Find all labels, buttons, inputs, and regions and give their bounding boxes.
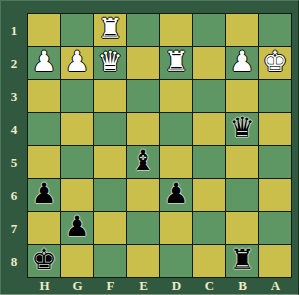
file-label-a: A: [259, 277, 292, 294]
square-f6[interactable]: [94, 179, 127, 212]
square-a2[interactable]: ♚: [259, 47, 292, 80]
square-b7[interactable]: [226, 212, 259, 245]
file-label-h: H: [28, 277, 61, 294]
square-b1[interactable]: [226, 14, 259, 47]
square-b4[interactable]: ♛: [226, 113, 259, 146]
square-f2[interactable]: ♛: [94, 47, 127, 80]
square-g8[interactable]: [61, 245, 94, 278]
square-a4[interactable]: [259, 113, 292, 146]
square-f5[interactable]: [94, 146, 127, 179]
rank-label-5: 5: [4, 146, 24, 179]
file-label-c: C: [193, 277, 226, 294]
square-f8[interactable]: [94, 245, 127, 278]
piece-white-pawn[interactable]: ♟: [64, 46, 89, 78]
square-e2[interactable]: [127, 47, 160, 80]
square-g6[interactable]: [61, 179, 94, 212]
piece-black-rook[interactable]: ♜: [229, 244, 254, 276]
square-d8[interactable]: [160, 245, 193, 278]
piece-white-king[interactable]: ♚: [262, 46, 287, 78]
square-b6[interactable]: [226, 179, 259, 212]
square-a1[interactable]: [259, 14, 292, 47]
piece-black-pawn[interactable]: ♟: [31, 178, 56, 210]
square-c3[interactable]: [193, 80, 226, 113]
piece-black-queen[interactable]: ♛: [229, 112, 254, 144]
square-h8[interactable]: ♚: [28, 245, 61, 278]
square-a5[interactable]: [259, 146, 292, 179]
square-g4[interactable]: [61, 113, 94, 146]
piece-black-pawn[interactable]: ♟: [64, 211, 89, 243]
square-c1[interactable]: [193, 14, 226, 47]
rank-label-2: 2: [4, 47, 24, 80]
piece-black-king[interactable]: ♚: [31, 244, 56, 276]
file-labels: HGFEDCBA: [28, 277, 292, 294]
file-label-d: D: [160, 277, 193, 294]
square-c6[interactable]: [193, 179, 226, 212]
square-a3[interactable]: [259, 80, 292, 113]
file-label-e: E: [127, 277, 160, 294]
piece-white-rook[interactable]: ♜: [163, 46, 188, 78]
file-label-b: B: [226, 277, 259, 294]
square-c5[interactable]: [193, 146, 226, 179]
square-d3[interactable]: [160, 80, 193, 113]
square-a8[interactable]: [259, 245, 292, 278]
file-label-g: G: [61, 277, 94, 294]
square-h2[interactable]: ♟: [28, 47, 61, 80]
chess-board: ♜♟♟♛♜♟♚♛♝♟♟♟♚♜: [27, 13, 292, 278]
chess-board-frame: 12345678 ♜♟♟♛♜♟♚♛♝♟♟♟♚♜ HGFEDCBA: [0, 0, 299, 295]
rank-label-8: 8: [4, 245, 24, 278]
square-d2[interactable]: ♜: [160, 47, 193, 80]
square-b8[interactable]: ♜: [226, 245, 259, 278]
file-label-f: F: [94, 277, 127, 294]
square-h7[interactable]: [28, 212, 61, 245]
square-d6[interactable]: ♟: [160, 179, 193, 212]
square-c2[interactable]: [193, 47, 226, 80]
rank-labels: 12345678: [4, 14, 24, 278]
rank-label-6: 6: [4, 179, 24, 212]
square-e5[interactable]: ♝: [127, 146, 160, 179]
square-g3[interactable]: [61, 80, 94, 113]
square-b3[interactable]: [226, 80, 259, 113]
square-e1[interactable]: [127, 14, 160, 47]
square-c4[interactable]: [193, 113, 226, 146]
square-f1[interactable]: ♜: [94, 14, 127, 47]
square-b2[interactable]: ♟: [226, 47, 259, 80]
square-d7[interactable]: [160, 212, 193, 245]
square-e6[interactable]: [127, 179, 160, 212]
square-c8[interactable]: [193, 245, 226, 278]
rank-label-4: 4: [4, 113, 24, 146]
square-e3[interactable]: [127, 80, 160, 113]
piece-white-rook[interactable]: ♜: [97, 13, 122, 45]
square-c7[interactable]: [193, 212, 226, 245]
square-e8[interactable]: [127, 245, 160, 278]
square-a7[interactable]: [259, 212, 292, 245]
square-g2[interactable]: ♟: [61, 47, 94, 80]
piece-white-pawn[interactable]: ♟: [31, 46, 56, 78]
piece-white-queen[interactable]: ♛: [97, 46, 122, 78]
square-e7[interactable]: [127, 212, 160, 245]
piece-white-pawn[interactable]: ♟: [229, 46, 254, 78]
square-h4[interactable]: [28, 113, 61, 146]
square-d1[interactable]: [160, 14, 193, 47]
piece-black-pawn[interactable]: ♟: [163, 178, 188, 210]
square-d4[interactable]: [160, 113, 193, 146]
square-f4[interactable]: [94, 113, 127, 146]
square-g1[interactable]: [61, 14, 94, 47]
square-g7[interactable]: ♟: [61, 212, 94, 245]
square-b5[interactable]: [226, 146, 259, 179]
square-f3[interactable]: [94, 80, 127, 113]
piece-black-bishop[interactable]: ♝: [130, 145, 155, 177]
rank-label-1: 1: [4, 14, 24, 47]
square-h5[interactable]: [28, 146, 61, 179]
square-g5[interactable]: [61, 146, 94, 179]
square-f7[interactable]: [94, 212, 127, 245]
square-a6[interactable]: [259, 179, 292, 212]
square-h6[interactable]: ♟: [28, 179, 61, 212]
square-h3[interactable]: [28, 80, 61, 113]
square-h1[interactable]: [28, 14, 61, 47]
rank-label-3: 3: [4, 80, 24, 113]
rank-label-7: 7: [4, 212, 24, 245]
square-e4[interactable]: [127, 113, 160, 146]
square-d5[interactable]: [160, 146, 193, 179]
